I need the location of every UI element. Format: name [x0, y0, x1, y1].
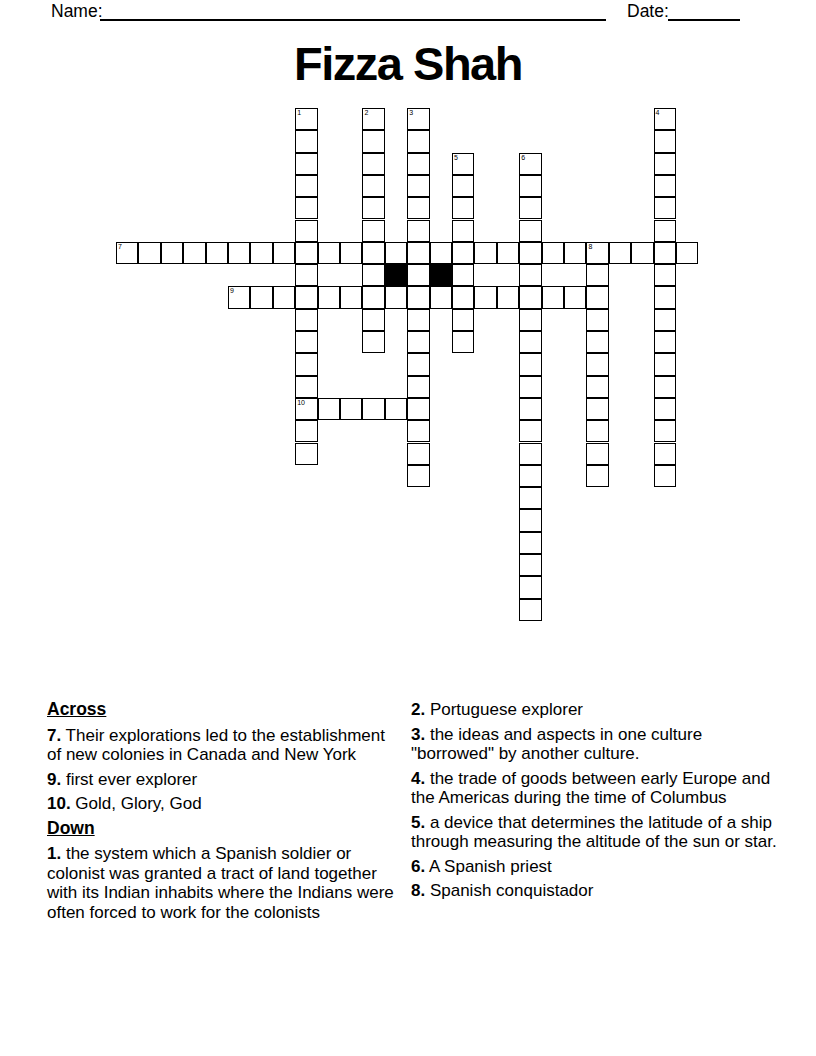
- grid-cell[interactable]: [564, 242, 586, 264]
- grid-cell[interactable]: [452, 220, 474, 242]
- grid-cell[interactable]: [452, 331, 474, 353]
- grid-cell[interactable]: [586, 465, 608, 487]
- grid-cell[interactable]: [407, 264, 429, 286]
- grid-cell[interactable]: [407, 175, 429, 197]
- grid-cell[interactable]: [295, 220, 317, 242]
- grid-cell[interactable]: [654, 398, 676, 420]
- clue-down-1: 1. the system which a Spanish soldier or…: [47, 844, 403, 922]
- grid-cell[interactable]: [295, 443, 317, 465]
- grid-cell[interactable]: [654, 309, 676, 331]
- grid-cell[interactable]: [452, 242, 474, 264]
- cell-number-1: 1: [297, 109, 301, 117]
- grid-cell[interactable]: [228, 242, 250, 264]
- grid-cell[interactable]: [586, 420, 608, 442]
- grid-cell[interactable]: [362, 398, 384, 420]
- grid-cell[interactable]: [295, 353, 317, 375]
- grid-cell[interactable]: [519, 331, 541, 353]
- grid-cell[interactable]: [385, 398, 407, 420]
- grid-cell[interactable]: [654, 153, 676, 175]
- grid-cell[interactable]: [295, 331, 317, 353]
- grid-cell[interactable]: [519, 554, 541, 576]
- grid-cell[interactable]: [407, 286, 429, 308]
- grid-cell[interactable]: [318, 242, 340, 264]
- clue-number: 2.: [411, 700, 425, 719]
- grid-cell[interactable]: [519, 286, 541, 308]
- grid-cell[interactable]: [497, 286, 519, 308]
- grid-cell[interactable]: [519, 175, 541, 197]
- grid-cell[interactable]: [295, 130, 317, 152]
- black-cell: [385, 264, 407, 286]
- grid-cell[interactable]: [654, 220, 676, 242]
- grid-cell[interactable]: [340, 398, 362, 420]
- date-blank-line: [668, 2, 740, 21]
- grid-cell[interactable]: [161, 242, 183, 264]
- grid-cell[interactable]: [497, 242, 519, 264]
- name-blank-line: [100, 2, 606, 21]
- cell-number-7: 7: [118, 243, 122, 251]
- grid-cell[interactable]: [631, 242, 653, 264]
- grid-cell[interactable]: [519, 398, 541, 420]
- grid-cell[interactable]: [362, 175, 384, 197]
- cell-number-6: 6: [521, 154, 525, 162]
- grid-cell[interactable]: [273, 242, 295, 264]
- grid-cell[interactable]: [295, 309, 317, 331]
- grid-cell[interactable]: [654, 443, 676, 465]
- grid-cell[interactable]: [654, 286, 676, 308]
- clue-down-3: 3. the ideas and aspects in one culture …: [411, 725, 789, 764]
- clue-number: 10.: [47, 794, 71, 813]
- grid-cell[interactable]: [362, 309, 384, 331]
- grid-cell[interactable]: [586, 443, 608, 465]
- grid-cell[interactable]: [318, 398, 340, 420]
- cell-number-4: 4: [656, 109, 660, 117]
- grid-cell[interactable]: [407, 376, 429, 398]
- grid-cell[interactable]: [407, 398, 429, 420]
- grid-cell[interactable]: [586, 398, 608, 420]
- clue-down-4: 4. the trade of goods between early Euro…: [411, 769, 789, 808]
- grid-cell[interactable]: [407, 220, 429, 242]
- grid-cell[interactable]: [362, 153, 384, 175]
- grid-cell[interactable]: [295, 376, 317, 398]
- grid-cell[interactable]: [295, 420, 317, 442]
- grid-cell[interactable]: [362, 331, 384, 353]
- grid-cell[interactable]: [183, 242, 205, 264]
- grid-cell[interactable]: [138, 242, 160, 264]
- grid-cell[interactable]: [519, 487, 541, 509]
- clue-down-8: 8. Spanish conquistador: [411, 881, 789, 901]
- grid-cell[interactable]: [407, 465, 429, 487]
- grid-cell[interactable]: [654, 331, 676, 353]
- grid-cell[interactable]: [452, 286, 474, 308]
- grid-cell[interactable]: [407, 242, 429, 264]
- grid-cell[interactable]: [385, 242, 407, 264]
- cell-number-2: 2: [364, 109, 368, 117]
- grid-cell[interactable]: [362, 286, 384, 308]
- grid-cell[interactable]: [609, 242, 631, 264]
- grid-cell[interactable]: [474, 286, 496, 308]
- grid-cell[interactable]: [407, 309, 429, 331]
- grid-cell[interactable]: [206, 242, 228, 264]
- grid-cell[interactable]: [295, 286, 317, 308]
- grid-cell[interactable]: [519, 599, 541, 621]
- clue-number: 9.: [47, 770, 61, 789]
- clue-number: 7.: [47, 726, 61, 745]
- grid-cell[interactable]: [654, 376, 676, 398]
- name-label: Name:: [51, 2, 103, 20]
- grid-cell[interactable]: [362, 197, 384, 219]
- clue-across-9: 9. first ever explorer: [47, 770, 403, 790]
- clue-number: 4.: [411, 769, 425, 788]
- grid-cell[interactable]: [519, 465, 541, 487]
- clue-number: 1.: [47, 844, 61, 863]
- date-label: Date:: [627, 2, 669, 20]
- grid-cell[interactable]: [586, 309, 608, 331]
- grid-cell[interactable]: [250, 242, 272, 264]
- grid-cell[interactable]: [519, 532, 541, 554]
- grid-cell[interactable]: [586, 353, 608, 375]
- grid-cell[interactable]: [519, 309, 541, 331]
- clue-down-5: 5. a device that determines the latitude…: [411, 813, 789, 852]
- grid-cell[interactable]: [519, 353, 541, 375]
- grid-cell[interactable]: [318, 286, 340, 308]
- grid-cell[interactable]: [452, 175, 474, 197]
- cell-number-3: 3: [409, 109, 413, 117]
- grid-cell[interactable]: [654, 420, 676, 442]
- grid-cell[interactable]: [519, 509, 541, 531]
- grid-cell[interactable]: [340, 286, 362, 308]
- clue-number: 6.: [411, 857, 425, 876]
- grid-cell[interactable]: [519, 443, 541, 465]
- grid-cell[interactable]: [407, 353, 429, 375]
- grid-cell[interactable]: [430, 286, 452, 308]
- grid-cell[interactable]: [542, 286, 564, 308]
- black-cell: [430, 264, 452, 286]
- grid-cell[interactable]: [586, 331, 608, 353]
- grid-cell[interactable]: [362, 130, 384, 152]
- grid-cell[interactable]: [452, 309, 474, 331]
- grid-cell[interactable]: [654, 242, 676, 264]
- grid-cell[interactable]: [407, 331, 429, 353]
- grid-cell[interactable]: [654, 465, 676, 487]
- grid-cell[interactable]: [586, 376, 608, 398]
- grid-cell[interactable]: [452, 197, 474, 219]
- grid-cell[interactable]: [676, 242, 698, 264]
- clues-column-right: 2. Portuguese explorer3. the ideas and a…: [411, 700, 789, 906]
- grid-cell[interactable]: [564, 286, 586, 308]
- clue-down-2: 2. Portuguese explorer: [411, 700, 789, 720]
- grid-cell[interactable]: [519, 376, 541, 398]
- grid-cell[interactable]: [340, 242, 362, 264]
- grid-cell[interactable]: [295, 153, 317, 175]
- cell-number-5: 5: [454, 154, 458, 162]
- grid-cell[interactable]: [385, 286, 407, 308]
- grid-cell[interactable]: [250, 286, 272, 308]
- clue-number: 5.: [411, 813, 425, 832]
- cell-number-10: 10: [297, 399, 305, 407]
- grid-cell[interactable]: [586, 286, 608, 308]
- clue-number: 8.: [411, 881, 425, 900]
- grid-cell[interactable]: [519, 420, 541, 442]
- grid-cell[interactable]: [407, 443, 429, 465]
- grid-cell[interactable]: [519, 197, 541, 219]
- grid-cell[interactable]: [362, 220, 384, 242]
- grid-cell[interactable]: [519, 220, 541, 242]
- grid-cell[interactable]: [654, 264, 676, 286]
- cell-number-8: 8: [588, 243, 592, 251]
- grid-cell[interactable]: [430, 242, 452, 264]
- grid-cell[interactable]: [654, 175, 676, 197]
- grid-cell[interactable]: [474, 242, 496, 264]
- grid-cell[interactable]: [519, 576, 541, 598]
- grid-cell[interactable]: [295, 197, 317, 219]
- grid-cell[interactable]: [362, 264, 384, 286]
- across-heading: Across: [47, 700, 403, 720]
- grid-cell[interactable]: [654, 197, 676, 219]
- grid-cell[interactable]: [295, 264, 317, 286]
- grid-cell[interactable]: [362, 242, 384, 264]
- grid-cell[interactable]: [407, 153, 429, 175]
- grid-cell[interactable]: [654, 353, 676, 375]
- clues-column-left: Across7. Their explorations led to the e…: [47, 700, 403, 927]
- grid-cell[interactable]: [452, 264, 474, 286]
- grid-cell[interactable]: [542, 242, 564, 264]
- crossword-grid: 12345678910: [116, 108, 699, 621]
- clue-down-6: 6. A Spanish priest: [411, 857, 789, 877]
- grid-cell[interactable]: [407, 420, 429, 442]
- grid-cell[interactable]: [295, 175, 317, 197]
- clue-across-7: 7. Their explorations led to the establi…: [47, 726, 403, 765]
- grid-cell[interactable]: [295, 242, 317, 264]
- worksheet-title: Fizza Shah: [0, 36, 816, 91]
- grid-cell[interactable]: [519, 264, 541, 286]
- clue-number: 3.: [411, 725, 425, 744]
- grid-cell[interactable]: [407, 197, 429, 219]
- cell-number-9: 9: [230, 287, 234, 295]
- grid-cell[interactable]: [654, 130, 676, 152]
- down-heading: Down: [47, 819, 403, 839]
- grid-cell[interactable]: [407, 130, 429, 152]
- grid-cell[interactable]: [273, 286, 295, 308]
- clue-across-10: 10. Gold, Glory, God: [47, 794, 403, 814]
- grid-cell[interactable]: [586, 264, 608, 286]
- grid-cell[interactable]: [519, 242, 541, 264]
